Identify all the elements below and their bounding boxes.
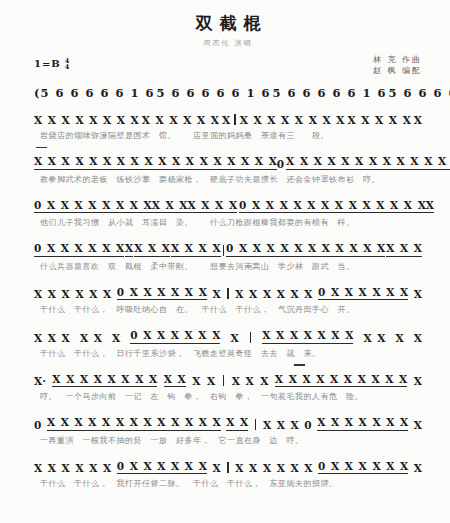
note-group: X bbox=[103, 462, 111, 474]
note-group: X bbox=[414, 114, 422, 126]
note-group: X X bbox=[226, 416, 248, 431]
barline bbox=[255, 419, 257, 430]
note-group: 5 6 6 6 6 6 1 6 bbox=[273, 86, 387, 100]
song-subtitle: 周杰伦 演唱 bbox=[34, 38, 422, 48]
lyrics-row: 干什么 干什么， 日行千里系沙袋， 飞檐走壁莫奇怪 去去 就 来。 bbox=[34, 348, 422, 359]
barline bbox=[234, 114, 236, 125]
lyrics-row: 岩烧店的烟味弥漫隔壁是国术 馆。 店里面的妈妈桑 茶道有三 段。 bbox=[34, 130, 422, 141]
barline bbox=[250, 332, 252, 343]
note-group: 0 X X X X X X bbox=[318, 460, 408, 475]
note-group: X X X X X X X X X X bbox=[275, 373, 407, 388]
note-group: X X X X X X X X X X X X X X X X X X bbox=[34, 155, 277, 170]
note-group: 0 bbox=[304, 419, 311, 431]
note-group: X X X bbox=[34, 288, 70, 300]
note-group: X X X X X X X X bbox=[34, 114, 139, 126]
lyrics-row: 教拳脚武术的老板 练铁沙掌 耍杨家枪， 硬底子功夫最擅长 还会金钟罩铁布衫 哼。 bbox=[34, 174, 422, 185]
note-group: X X X X X X X X X X X X X bbox=[47, 416, 221, 431]
note-group: X bbox=[125, 242, 133, 257]
notes-row: X X X X X X X X X X X X X X X X X X0X X … bbox=[34, 154, 422, 170]
note-group: X X X X X X X X bbox=[240, 114, 345, 126]
note-group: X X bbox=[277, 462, 299, 474]
note-group: 0 X X X X X X bbox=[34, 242, 124, 257]
key-signature: 1=B44 bbox=[34, 58, 70, 70]
note-group: X X X X X X X X X X X X X X X X X bbox=[286, 155, 450, 170]
note-group: 0 bbox=[34, 419, 41, 431]
note-group: X X bbox=[232, 375, 254, 387]
note-group: X X X X bbox=[188, 199, 238, 214]
score-system-5: X X XX XX0 X X X X X XXX X XX XX0 X X X … bbox=[34, 284, 422, 315]
note-group: 0 X X X X X X X X X X X X X bbox=[239, 199, 426, 214]
note-group: (5 6 6 6 6 6 1 6 bbox=[34, 86, 154, 100]
lyrics-row: 他们儿子我习惯 从小就 耳濡目 染。 什么刀枪跟棍棒我都耍的有模有 样。 bbox=[34, 217, 422, 228]
note-group: X X X bbox=[263, 419, 299, 431]
note-group: X bbox=[192, 375, 200, 387]
lyrics-row: 什么兵器最喜欢 双 截棍 柔中带刚。 想要去河南嵩山 学少林 跟武 当。 bbox=[34, 261, 422, 272]
sheet-music-page: 双截棍 周杰伦 演唱 1=B44 林 克 作曲 赵 枫 编配 (5 6 6 6 … bbox=[0, 0, 450, 523]
credit-composer: 林 克 作曲 bbox=[373, 54, 422, 65]
note-group: X bbox=[207, 375, 215, 387]
note-group: 0 X X X X X X X X X X X bbox=[226, 242, 385, 257]
lyrics-row: 一再重演 一根我不抽的菸 一放 好多年， 它一直在身 边 哼。 bbox=[34, 435, 422, 446]
note-group: X X X bbox=[34, 462, 70, 474]
lyrics-row: 干什么 干什么， 我打开任督二脉。 干什么 干什么， 东亚病夫的招牌。 bbox=[34, 478, 422, 489]
credits-block: 林 克 作曲 赵 枫 编配 bbox=[373, 54, 422, 76]
note-group: 0 X X X X X X bbox=[117, 286, 207, 301]
notes-row: 0X X X X X X X X X X X X XX XX X X0X X X… bbox=[34, 415, 422, 431]
note-group: X bbox=[395, 332, 403, 344]
note-group: X X X bbox=[235, 288, 271, 300]
note-group: 0 X X X X X X X X bbox=[34, 199, 152, 214]
note-group: X X X bbox=[235, 462, 271, 474]
note-group: X X bbox=[80, 332, 102, 344]
meta-band: 1=B44 林 克 作曲 赵 枫 编配 bbox=[34, 54, 422, 80]
note-group: X X X X X bbox=[347, 114, 410, 126]
note-group: X X bbox=[75, 462, 97, 474]
song-title: 双截棍 bbox=[34, 12, 422, 35]
note-group: 0 bbox=[277, 158, 284, 170]
notes-row: X X X X X X X XX X X X X XXX X X X X X X… bbox=[34, 110, 422, 126]
note-group: X bbox=[212, 462, 220, 474]
notes-row: 0 X X X X X X X XX X XX X X X0 X X X X X… bbox=[34, 197, 422, 213]
note-group: X X X X X X X bbox=[262, 329, 353, 344]
note-group: X X X X X X X bbox=[317, 416, 408, 431]
barline bbox=[227, 288, 229, 299]
score-system-3: 0 X X X X X X X XX X XX X X X0 X X X X X… bbox=[34, 197, 422, 228]
note-group: X bbox=[414, 375, 422, 387]
note-group: X bbox=[112, 332, 120, 344]
note-group: X bbox=[414, 419, 422, 431]
lyrics-row: 哼。 一个马步向前 一记 左 钩 拳， 右钩 拳， 一句惹毛我的人有危 险。 bbox=[34, 391, 422, 402]
note-group: X X X bbox=[386, 242, 422, 257]
note-group: X X bbox=[75, 288, 97, 300]
time-signature: 44 bbox=[65, 59, 71, 70]
note-group: 5 6 6 6 6 6 1 6 bbox=[156, 86, 270, 100]
tie-mark bbox=[294, 364, 305, 366]
notes-row: 0 X X X X X XXX X XX X X X0 X X X X X X … bbox=[34, 241, 422, 257]
note-group: X X X bbox=[34, 332, 70, 344]
credit-arranger: 赵 枫 编配 bbox=[373, 65, 422, 76]
tie-mark bbox=[36, 147, 47, 149]
notes-row: X X XX XX0 X X X X X XXX X XX XX0 X X X … bbox=[34, 284, 422, 300]
note-group: X bbox=[222, 114, 230, 126]
note-group: X X X bbox=[134, 242, 170, 257]
notes-row: X X XX XX0 X X X X X XXX X X X X X XX XX… bbox=[34, 328, 422, 344]
note-group: 5 6 6 6 6 6 1 6):‖ bbox=[389, 86, 450, 100]
note-group: X X X X X X bbox=[142, 114, 219, 126]
note-group: X bbox=[103, 288, 111, 300]
score-system-9: X X XX XX0 X X X X X XXX X XX XX0 X X X … bbox=[34, 458, 422, 489]
notes-row: X·X X X X X X X XX XXXX XXX X X X X X X … bbox=[34, 371, 422, 387]
note-group: X X bbox=[363, 332, 385, 344]
note-group: X bbox=[414, 288, 422, 300]
note-group: X X bbox=[277, 288, 299, 300]
note-group: 0 X X X X X X bbox=[318, 286, 408, 301]
score-system-8: 0X X X X X X X X X X X X XX XX X X0X X X… bbox=[34, 415, 422, 446]
note-group: X bbox=[304, 462, 312, 474]
note-group: 0 X X X X X X bbox=[130, 329, 220, 344]
note-group: X bbox=[426, 199, 434, 214]
score-system-6: X X XX XX0 X X X X X XXX X X X X X XX XX… bbox=[34, 328, 422, 359]
note-group: 0 X X X X X X bbox=[117, 460, 207, 475]
note-group: X bbox=[414, 462, 422, 474]
note-group: X X bbox=[164, 373, 186, 388]
barline bbox=[223, 245, 225, 256]
intro-notation-line: (5 6 6 6 6 6 1 65 6 6 6 6 6 1 65 6 6 6 6… bbox=[34, 84, 422, 100]
note-group: X bbox=[230, 332, 238, 344]
note-group: X bbox=[260, 375, 268, 387]
barline bbox=[223, 375, 225, 386]
score-system-1: X X X X X X X XX X X X X XXX X X X X X X… bbox=[34, 110, 422, 141]
score-system-2: X X X X X X X X X X X X X X X X X X0X X … bbox=[34, 154, 422, 185]
notes-row: X X XX XX0 X X X X X XXX X XX XX0 X X X … bbox=[34, 458, 422, 474]
note-group: X bbox=[414, 332, 422, 344]
barline bbox=[227, 462, 229, 473]
note-group: X X X X bbox=[171, 242, 221, 257]
score-system-7: X·X X X X X X X XX XXXX XXX X X X X X X … bbox=[34, 371, 422, 402]
note-group: X bbox=[212, 288, 220, 300]
score-systems: X X X X X X X XX X X X X XXX X X X X X X… bbox=[34, 110, 422, 489]
note-group: X X X X X X X X bbox=[52, 373, 157, 388]
note-group: X bbox=[304, 288, 312, 300]
score-system-4: 0 X X X X X XXX X XX X X X0 X X X X X X … bbox=[34, 241, 422, 272]
note-group: X· bbox=[34, 375, 46, 387]
key-signature-text: 1=B bbox=[34, 58, 61, 69]
lyrics-row: 干什么 干什么， 呼吸吐纳心自 在。 干什么 干什么， 气沉丹田手心 开。 bbox=[34, 304, 422, 315]
note-group: X X X bbox=[152, 199, 188, 214]
